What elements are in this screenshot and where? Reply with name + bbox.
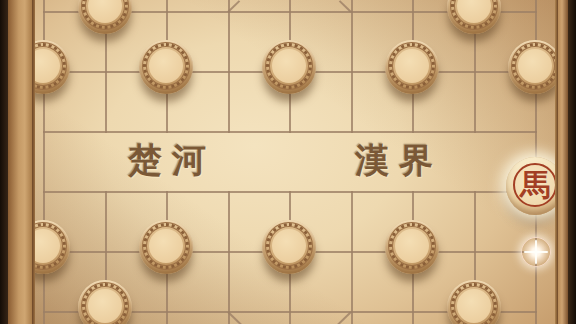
facedown-piece[interactable]: [262, 220, 316, 274]
facedown-piece[interactable]: [78, 280, 132, 324]
game-screen: 楚河 漢界 馬: [0, 0, 576, 324]
facedown-piece[interactable]: [262, 40, 316, 94]
board-frame-left: [8, 0, 32, 324]
frame-seam-right: [555, 0, 558, 324]
piece-blank-face: [88, 289, 122, 323]
piece-blank-face: [457, 289, 491, 323]
piece-blank-face: [272, 229, 306, 263]
facedown-piece[interactable]: [447, 280, 501, 324]
piece-blank-face: [149, 49, 183, 83]
facedown-piece[interactable]: [385, 220, 439, 274]
facedown-piece[interactable]: [447, 0, 501, 34]
facedown-piece[interactable]: [508, 40, 562, 94]
facedown-piece[interactable]: [78, 0, 132, 34]
piece-blank-face: [395, 229, 429, 263]
piece-blank-face: [395, 49, 429, 83]
pieces-layer: 馬: [0, 0, 576, 324]
piece-blank-face: [518, 49, 552, 83]
board-frame-right: [558, 0, 568, 324]
piece-blank-face: [272, 49, 306, 83]
facedown-piece[interactable]: [385, 40, 439, 94]
sparkle-ray: [524, 251, 548, 253]
sparkle-marker: [521, 237, 551, 267]
facedown-piece[interactable]: [139, 40, 193, 94]
facedown-piece[interactable]: [139, 220, 193, 274]
piece-blank-face: [149, 229, 183, 263]
letterbox-right-strip: [568, 0, 576, 324]
letterbox-left-strip: [0, 0, 8, 324]
frame-seam-left: [32, 0, 35, 324]
